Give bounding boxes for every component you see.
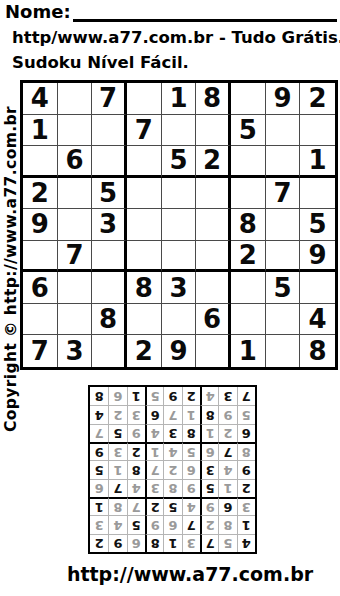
sudoku-cell-r5c6 [196,209,231,241]
sudoku-cell-r7c9 [300,272,335,304]
answer-cell-r7c5: 3 [163,424,181,442]
sudoku-cell-r8c7 [231,304,266,336]
sudoku-cell-r5c7: 8 [231,209,266,241]
sudoku-cell-r5c3: 3 [92,209,127,241]
answer-cell-r8c6: 6 [145,405,163,423]
sudoku-cell-r3c2: 6 [58,146,93,178]
sudoku-cell-r4c2 [58,178,93,210]
answer-cell-r7c6: 4 [145,424,163,442]
copyright-vertical-text: Copyright © http://www.a77.com.br [2,106,20,432]
answer-cell-r8c2: 9 [218,405,236,423]
answer-cell-r7c4: 8 [182,424,200,442]
answer-cell-r1c1: 4 [237,534,255,552]
answer-cell-r5c9: 5 [90,460,108,478]
sudoku-cell-r6c2: 7 [58,241,93,273]
answer-cell-r4c6: 3 [145,479,163,497]
site-tagline: http/www.a77.com.br - Tudo Grátis. [12,28,340,47]
sudoku-cell-r5c9: 5 [300,209,335,241]
sudoku-cell-r3c7 [231,146,266,178]
answer-cell-r6c3: 6 [200,442,218,460]
answer-cell-r7c1: 6 [237,424,255,442]
sudoku-cell-r8c5 [162,304,197,336]
sudoku-cell-r1c1: 4 [23,83,58,115]
answer-cell-r1c3: 7 [200,534,218,552]
sudoku-cell-r8c1 [23,304,58,336]
sudoku-cell-r9c7: 1 [231,335,266,367]
name-fill-line [73,3,337,22]
answer-cell-r8c3: 8 [200,405,218,423]
answer-key-grid: 4573186921827695433694527812159834769436… [88,385,257,554]
sudoku-cell-r3c4 [127,146,162,178]
answer-cell-r1c7: 6 [127,534,145,552]
sudoku-grid: 471892175652125793857296835864732918 [20,80,338,370]
sudoku-cell-r2c2 [58,115,93,147]
answer-cell-r9c9: 8 [90,387,108,405]
sudoku-cell-r4c1: 2 [23,178,58,210]
answer-cell-r4c1: 2 [237,479,255,497]
sudoku-cell-r2c3 [92,115,127,147]
answer-cell-r4c7: 4 [127,479,145,497]
answer-cell-r4c8: 7 [108,479,126,497]
sudoku-cell-r9c6 [196,335,231,367]
sudoku-cell-r4c9 [300,178,335,210]
sudoku-cell-r9c2: 3 [58,335,93,367]
sudoku-cell-r3c3 [92,146,127,178]
answer-cell-r6c8: 3 [108,442,126,460]
puzzle-level-title: Sudoku Nível Fácil. [12,53,189,72]
answer-cell-r8c9: 4 [90,405,108,423]
sudoku-cell-r6c5 [162,241,197,273]
sudoku-cell-r4c6 [196,178,231,210]
sudoku-cell-r2c6 [196,115,231,147]
answer-cell-r2c9: 3 [90,515,108,533]
sudoku-cell-r9c4: 2 [127,335,162,367]
answer-cell-r9c1: 7 [237,387,255,405]
answer-cell-r8c4: 1 [182,405,200,423]
answer-cell-r5c3: 3 [200,460,218,478]
answer-cell-r1c2: 5 [218,534,236,552]
sudoku-cell-r5c2 [58,209,93,241]
sudoku-cell-r8c8 [266,304,301,336]
sudoku-cell-r8c4 [127,304,162,336]
sudoku-cell-r9c5: 9 [162,335,197,367]
sudoku-cell-r9c3 [92,335,127,367]
sudoku-cell-r8c3: 8 [92,304,127,336]
name-row: Nome: [5,2,337,22]
sudoku-cell-r5c1: 9 [23,209,58,241]
answer-cell-r3c4: 4 [182,497,200,515]
sudoku-cell-r1c7 [231,83,266,115]
sudoku-cell-r1c2 [58,83,93,115]
sudoku-cell-r7c5: 3 [162,272,197,304]
answer-cell-r9c4: 2 [182,387,200,405]
answer-cell-r2c6: 9 [145,515,163,533]
sudoku-cell-r1c6: 8 [196,83,231,115]
sudoku-cell-r3c5: 5 [162,146,197,178]
sudoku-cell-r1c4 [127,83,162,115]
answer-cell-r3c3: 9 [200,497,218,515]
answer-cell-r2c5: 6 [163,515,181,533]
sudoku-cell-r1c8: 9 [266,83,301,115]
sudoku-cell-r2c9 [300,115,335,147]
sudoku-cell-r7c6 [196,272,231,304]
sudoku-cell-r9c9: 8 [300,335,335,367]
sudoku-cell-r8c9: 4 [300,304,335,336]
answer-cell-r6c5: 4 [163,442,181,460]
answer-cell-r2c2: 8 [218,515,236,533]
answer-cell-r8c1: 5 [237,405,255,423]
answer-cell-r3c2: 6 [218,497,236,515]
sudoku-cell-r7c3 [92,272,127,304]
footer-url: http://www.a77.com.br [40,563,340,585]
sudoku-cell-r3c6: 2 [196,146,231,178]
answer-cell-r8c8: 2 [108,405,126,423]
answer-cell-r1c8: 9 [108,534,126,552]
sudoku-cell-r8c6: 6 [196,304,231,336]
answer-cell-r9c8: 6 [108,387,126,405]
sudoku-cell-r4c5 [162,178,197,210]
answer-cell-r6c7: 2 [127,442,145,460]
answer-cell-r5c2: 4 [218,460,236,478]
sudoku-cell-r4c8: 7 [266,178,301,210]
sudoku-cell-r6c8 [266,241,301,273]
answer-cell-r9c3: 4 [200,387,218,405]
answer-cell-r4c9: 6 [90,479,108,497]
answer-cell-r9c7: 1 [127,387,145,405]
answer-cell-r2c7: 5 [127,515,145,533]
sudoku-cell-r6c3 [92,241,127,273]
answer-cell-r9c6: 5 [145,387,163,405]
sudoku-cell-r7c7 [231,272,266,304]
sudoku-cell-r2c7: 5 [231,115,266,147]
sudoku-cell-r6c1 [23,241,58,273]
sudoku-worksheet-page: Nome: http/www.a77.com.br - Tudo Grátis.… [0,0,340,596]
sudoku-cell-r6c7: 2 [231,241,266,273]
answer-cell-r7c2: 2 [218,424,236,442]
sudoku-cell-r3c9: 1 [300,146,335,178]
answer-cell-r4c2: 1 [218,479,236,497]
answer-cell-r7c7: 9 [127,424,145,442]
answer-cell-r3c9: 1 [90,497,108,515]
answer-cell-r3c5: 5 [163,497,181,515]
answer-cell-r3c8: 8 [108,497,126,515]
answer-cell-r2c8: 4 [108,515,126,533]
answer-cell-r8c5: 7 [163,405,181,423]
sudoku-cell-r6c9: 9 [300,241,335,273]
answer-cell-r7c9: 7 [90,424,108,442]
sudoku-cell-r1c3: 7 [92,83,127,115]
sudoku-cell-r9c1: 7 [23,335,58,367]
sudoku-cell-r1c5: 1 [162,83,197,115]
answer-cell-r1c6: 8 [145,534,163,552]
answer-cell-r3c7: 7 [127,497,145,515]
sudoku-cell-r2c8 [266,115,301,147]
sudoku-cell-r3c1 [23,146,58,178]
answer-cell-r1c5: 1 [163,534,181,552]
sudoku-cell-r5c8 [266,209,301,241]
sudoku-cell-r3c8 [266,146,301,178]
sudoku-cell-r4c7 [231,178,266,210]
sudoku-cell-r1c9: 2 [300,83,335,115]
answer-cell-r6c1: 8 [237,442,255,460]
answer-cell-r5c1: 9 [237,460,255,478]
answer-cell-r1c9: 2 [90,534,108,552]
answer-cell-r2c4: 7 [182,515,200,533]
sudoku-cell-r7c2 [58,272,93,304]
sudoku-cell-r4c4 [127,178,162,210]
answer-cell-r3c1: 3 [237,497,255,515]
answer-cell-r4c3: 5 [200,479,218,497]
sudoku-cell-r8c2 [58,304,93,336]
name-label: Nome: [5,2,71,22]
sudoku-cell-r2c1: 1 [23,115,58,147]
answer-cell-r5c8: 1 [108,460,126,478]
answer-cell-r1c4: 3 [182,534,200,552]
sudoku-cell-r2c4: 7 [127,115,162,147]
sudoku-cell-r4c3: 5 [92,178,127,210]
sudoku-cell-r5c5 [162,209,197,241]
sudoku-cell-r5c4 [127,209,162,241]
sudoku-cell-r7c1: 6 [23,272,58,304]
answer-cell-r6c4: 5 [182,442,200,460]
answer-cell-r9c5: 9 [163,387,181,405]
answer-cell-r2c1: 1 [237,515,255,533]
answer-cell-r9c2: 3 [218,387,236,405]
sudoku-cell-r7c4: 8 [127,272,162,304]
answer-cell-r6c6: 1 [145,442,163,460]
answer-cell-r8c7: 3 [127,405,145,423]
answer-cell-r4c5: 8 [163,479,181,497]
answer-cell-r7c3: 1 [200,424,218,442]
answer-cell-r6c9: 9 [90,442,108,460]
sudoku-cell-r7c8: 5 [266,272,301,304]
sudoku-cell-r6c4 [127,241,162,273]
sudoku-cell-r6c6 [196,241,231,273]
answer-cell-r5c4: 6 [182,460,200,478]
sudoku-cell-r9c8 [266,335,301,367]
sudoku-cell-r2c5 [162,115,197,147]
answer-cell-r7c8: 5 [108,424,126,442]
answer-cell-r5c5: 2 [163,460,181,478]
answer-cell-r4c4: 9 [182,479,200,497]
answer-cell-r5c6: 7 [145,460,163,478]
answer-cell-r3c6: 2 [145,497,163,515]
answer-cell-r2c3: 2 [200,515,218,533]
answer-cell-r5c7: 8 [127,460,145,478]
answer-cell-r6c2: 7 [218,442,236,460]
